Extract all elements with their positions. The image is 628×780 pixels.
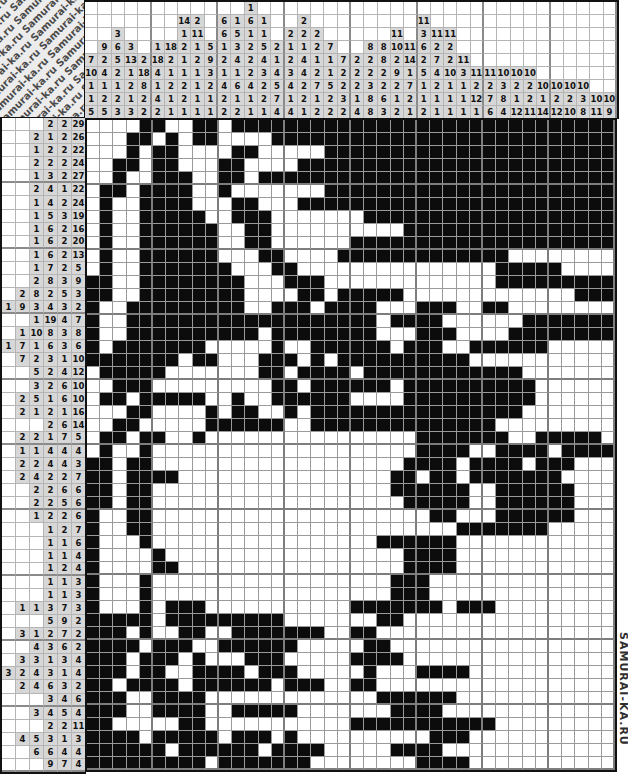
grid-cell[interactable] — [206, 328, 219, 341]
grid-cell[interactable] — [113, 640, 126, 653]
grid-cell[interactable] — [430, 250, 443, 263]
grid-cell[interactable] — [364, 549, 377, 562]
grid-cell[interactable] — [272, 497, 285, 510]
grid-cell[interactable] — [140, 341, 153, 354]
grid-cell[interactable] — [575, 120, 588, 133]
grid-cell[interactable] — [364, 367, 377, 380]
grid-cell[interactable] — [470, 224, 483, 237]
grid-cell[interactable] — [404, 445, 417, 458]
grid-cell[interactable] — [523, 497, 536, 510]
grid-cell[interactable] — [470, 484, 483, 497]
grid-cell[interactable] — [391, 588, 404, 601]
grid-cell[interactable] — [483, 354, 496, 367]
grid-cell[interactable] — [364, 627, 377, 640]
grid-cell[interactable] — [272, 471, 285, 484]
grid-cell[interactable] — [523, 159, 536, 172]
grid-cell[interactable] — [219, 757, 232, 770]
grid-cell[interactable] — [575, 666, 588, 679]
grid-cell[interactable] — [311, 666, 324, 679]
grid-cell[interactable] — [575, 523, 588, 536]
grid-cell[interactable] — [166, 757, 179, 770]
grid-cell[interactable] — [285, 120, 298, 133]
grid-cell[interactable] — [219, 198, 232, 211]
grid-cell[interactable] — [87, 289, 100, 302]
grid-cell[interactable] — [417, 653, 430, 666]
grid-cell[interactable] — [443, 263, 456, 276]
grid-cell[interactable] — [259, 549, 272, 562]
grid-cell[interactable] — [575, 198, 588, 211]
grid-cell[interactable] — [206, 484, 219, 497]
grid-cell[interactable] — [259, 510, 272, 523]
grid-cell[interactable] — [219, 731, 232, 744]
grid-cell[interactable] — [351, 432, 364, 445]
grid-cell[interactable] — [298, 614, 311, 627]
grid-cell[interactable] — [549, 536, 562, 549]
grid-cell[interactable] — [430, 133, 443, 146]
grid-cell[interactable] — [272, 185, 285, 198]
grid-cell[interactable] — [430, 731, 443, 744]
grid-cell[interactable] — [338, 575, 351, 588]
grid-cell[interactable] — [338, 692, 351, 705]
grid-cell[interactable] — [549, 757, 562, 770]
grid-cell[interactable] — [575, 640, 588, 653]
grid-cell[interactable] — [417, 536, 430, 549]
grid-cell[interactable] — [193, 549, 206, 562]
grid-cell[interactable] — [470, 744, 483, 757]
grid-cell[interactable] — [325, 601, 338, 614]
grid-cell[interactable] — [443, 653, 456, 666]
grid-cell[interactable] — [140, 250, 153, 263]
grid-cell[interactable] — [536, 614, 549, 627]
grid-cell[interactable] — [298, 445, 311, 458]
grid-cell[interactable] — [364, 302, 377, 315]
grid-cell[interactable] — [166, 289, 179, 302]
grid-cell[interactable] — [338, 497, 351, 510]
grid-cell[interactable] — [232, 146, 245, 159]
grid-cell[interactable] — [496, 237, 509, 250]
grid-cell[interactable] — [364, 497, 377, 510]
grid-cell[interactable] — [193, 276, 206, 289]
grid-cell[interactable] — [377, 679, 390, 692]
grid-cell[interactable] — [272, 679, 285, 692]
grid-cell[interactable] — [179, 575, 192, 588]
grid-cell[interactable] — [113, 718, 126, 731]
grid-cell[interactable] — [536, 211, 549, 224]
grid-cell[interactable] — [536, 354, 549, 367]
grid-cell[interactable] — [364, 614, 377, 627]
grid-cell[interactable] — [364, 705, 377, 718]
grid-cell[interactable] — [193, 679, 206, 692]
grid-cell[interactable] — [536, 172, 549, 185]
grid-cell[interactable] — [443, 510, 456, 523]
grid-cell[interactable] — [602, 263, 615, 276]
grid-cell[interactable] — [575, 354, 588, 367]
grid-cell[interactable] — [298, 432, 311, 445]
grid-cell[interactable] — [179, 328, 192, 341]
grid-cell[interactable] — [179, 679, 192, 692]
grid-cell[interactable] — [153, 159, 166, 172]
grid-cell[interactable] — [589, 705, 602, 718]
grid-cell[interactable] — [232, 588, 245, 601]
grid-cell[interactable] — [338, 198, 351, 211]
grid-cell[interactable] — [113, 172, 126, 185]
grid-cell[interactable] — [470, 510, 483, 523]
grid-cell[interactable] — [272, 484, 285, 497]
grid-cell[interactable] — [232, 432, 245, 445]
grid-cell[interactable] — [575, 224, 588, 237]
grid-cell[interactable] — [325, 549, 338, 562]
grid-cell[interactable] — [140, 523, 153, 536]
grid-cell[interactable] — [562, 133, 575, 146]
grid-cell[interactable] — [509, 666, 522, 679]
grid-cell[interactable] — [113, 666, 126, 679]
grid-cell[interactable] — [470, 458, 483, 471]
grid-cell[interactable] — [575, 458, 588, 471]
grid-cell[interactable] — [417, 692, 430, 705]
grid-cell[interactable] — [602, 315, 615, 328]
grid-cell[interactable] — [417, 614, 430, 627]
grid-cell[interactable] — [232, 653, 245, 666]
grid-cell[interactable] — [536, 562, 549, 575]
grid-cell[interactable] — [285, 185, 298, 198]
grid-cell[interactable] — [602, 510, 615, 523]
grid-cell[interactable] — [113, 159, 126, 172]
grid-cell[interactable] — [483, 159, 496, 172]
grid-cell[interactable] — [549, 159, 562, 172]
grid-cell[interactable] — [325, 523, 338, 536]
grid-cell[interactable] — [285, 679, 298, 692]
grid-cell[interactable] — [100, 224, 113, 237]
grid-cell[interactable] — [245, 367, 258, 380]
grid-cell[interactable] — [364, 562, 377, 575]
grid-cell[interactable] — [391, 367, 404, 380]
grid-cell[interactable] — [100, 744, 113, 757]
grid-cell[interactable] — [285, 250, 298, 263]
grid-cell[interactable] — [549, 120, 562, 133]
grid-cell[interactable] — [272, 562, 285, 575]
grid-cell[interactable] — [272, 159, 285, 172]
grid-cell[interactable] — [311, 328, 324, 341]
grid-cell[interactable] — [245, 562, 258, 575]
grid-cell[interactable] — [417, 666, 430, 679]
grid-cell[interactable] — [483, 250, 496, 263]
grid-cell[interactable] — [140, 744, 153, 757]
grid-cell[interactable] — [193, 328, 206, 341]
grid-cell[interactable] — [113, 276, 126, 289]
grid-cell[interactable] — [338, 627, 351, 640]
grid-cell[interactable] — [127, 614, 140, 627]
grid-cell[interactable] — [351, 315, 364, 328]
grid-cell[interactable] — [377, 705, 390, 718]
grid-cell[interactable] — [232, 575, 245, 588]
grid-cell[interactable] — [443, 276, 456, 289]
grid-cell[interactable] — [298, 536, 311, 549]
grid-cell[interactable] — [575, 315, 588, 328]
grid-cell[interactable] — [100, 146, 113, 159]
grid-cell[interactable] — [496, 302, 509, 315]
grid-cell[interactable] — [483, 497, 496, 510]
grid-cell[interactable] — [562, 536, 575, 549]
grid-cell[interactable] — [351, 393, 364, 406]
grid-cell[interactable] — [206, 510, 219, 523]
grid-cell[interactable] — [404, 614, 417, 627]
grid-cell[interactable] — [298, 198, 311, 211]
grid-cell[interactable] — [351, 692, 364, 705]
grid-cell[interactable] — [470, 198, 483, 211]
grid-cell[interactable] — [153, 692, 166, 705]
grid-cell[interactable] — [245, 276, 258, 289]
grid-cell[interactable] — [153, 601, 166, 614]
grid-cell[interactable] — [140, 575, 153, 588]
grid-cell[interactable] — [325, 718, 338, 731]
grid-cell[interactable] — [562, 432, 575, 445]
grid-cell[interactable] — [509, 380, 522, 393]
grid-cell[interactable] — [140, 198, 153, 211]
grid-cell[interactable] — [245, 263, 258, 276]
grid-cell[interactable] — [179, 432, 192, 445]
grid-cell[interactable] — [470, 159, 483, 172]
grid-cell[interactable] — [391, 393, 404, 406]
grid-cell[interactable] — [245, 718, 258, 731]
grid-cell[interactable] — [272, 653, 285, 666]
grid-cell[interactable] — [285, 146, 298, 159]
grid-cell[interactable] — [87, 575, 100, 588]
grid-cell[interactable] — [87, 536, 100, 549]
grid-cell[interactable] — [536, 497, 549, 510]
grid-cell[interactable] — [232, 744, 245, 757]
grid-cell[interactable] — [443, 692, 456, 705]
grid-cell[interactable] — [377, 289, 390, 302]
grid-cell[interactable] — [298, 224, 311, 237]
grid-cell[interactable] — [457, 614, 470, 627]
grid-cell[interactable] — [166, 601, 179, 614]
grid-cell[interactable] — [272, 380, 285, 393]
grid-cell[interactable] — [232, 263, 245, 276]
grid-cell[interactable] — [298, 328, 311, 341]
grid-cell[interactable] — [509, 536, 522, 549]
grid-cell[interactable] — [127, 757, 140, 770]
grid-cell[interactable] — [140, 432, 153, 445]
grid-cell[interactable] — [325, 146, 338, 159]
grid-cell[interactable] — [523, 627, 536, 640]
grid-cell[interactable] — [509, 250, 522, 263]
grid-cell[interactable] — [127, 250, 140, 263]
grid-cell[interactable] — [536, 120, 549, 133]
grid-cell[interactable] — [206, 354, 219, 367]
grid-cell[interactable] — [325, 445, 338, 458]
grid-cell[interactable] — [179, 315, 192, 328]
grid-cell[interactable] — [338, 679, 351, 692]
grid-cell[interactable] — [443, 159, 456, 172]
grid-cell[interactable] — [259, 757, 272, 770]
grid-cell[interactable] — [602, 419, 615, 432]
grid-cell[interactable] — [404, 185, 417, 198]
grid-cell[interactable] — [259, 497, 272, 510]
grid-cell[interactable] — [100, 354, 113, 367]
grid-cell[interactable] — [140, 302, 153, 315]
grid-cell[interactable] — [496, 185, 509, 198]
grid-cell[interactable] — [259, 289, 272, 302]
grid-cell[interactable] — [87, 133, 100, 146]
grid-cell[interactable] — [457, 354, 470, 367]
grid-cell[interactable] — [589, 640, 602, 653]
grid-cell[interactable] — [364, 692, 377, 705]
grid-cell[interactable] — [602, 354, 615, 367]
grid-cell[interactable] — [113, 601, 126, 614]
grid-cell[interactable] — [377, 341, 390, 354]
grid-cell[interactable] — [285, 536, 298, 549]
grid-cell[interactable] — [127, 627, 140, 640]
grid-cell[interactable] — [536, 367, 549, 380]
grid-cell[interactable] — [351, 146, 364, 159]
grid-cell[interactable] — [483, 575, 496, 588]
grid-cell[interactable] — [523, 588, 536, 601]
grid-cell[interactable] — [457, 419, 470, 432]
grid-cell[interactable] — [245, 406, 258, 419]
grid-cell[interactable] — [179, 380, 192, 393]
grid-cell[interactable] — [404, 419, 417, 432]
grid-cell[interactable] — [166, 341, 179, 354]
grid-cell[interactable] — [259, 432, 272, 445]
grid-cell[interactable] — [127, 159, 140, 172]
grid-cell[interactable] — [272, 198, 285, 211]
grid-cell[interactable] — [113, 705, 126, 718]
grid-cell[interactable] — [219, 692, 232, 705]
grid-cell[interactable] — [417, 289, 430, 302]
grid-cell[interactable] — [140, 211, 153, 224]
grid-cell[interactable] — [100, 445, 113, 458]
grid-cell[interactable] — [219, 575, 232, 588]
grid-cell[interactable] — [311, 341, 324, 354]
grid-cell[interactable] — [100, 471, 113, 484]
grid-cell[interactable] — [496, 562, 509, 575]
grid-cell[interactable] — [206, 497, 219, 510]
grid-cell[interactable] — [509, 315, 522, 328]
grid-cell[interactable] — [113, 198, 126, 211]
grid-cell[interactable] — [259, 276, 272, 289]
grid-cell[interactable] — [232, 289, 245, 302]
grid-cell[interactable] — [589, 536, 602, 549]
grid-cell[interactable] — [496, 432, 509, 445]
grid-cell[interactable] — [470, 172, 483, 185]
grid-cell[interactable] — [417, 380, 430, 393]
grid-cell[interactable] — [351, 757, 364, 770]
grid-cell[interactable] — [311, 419, 324, 432]
grid-cell[interactable] — [166, 627, 179, 640]
grid-cell[interactable] — [127, 718, 140, 731]
grid-cell[interactable] — [113, 692, 126, 705]
grid-cell[interactable] — [443, 562, 456, 575]
grid-cell[interactable] — [338, 640, 351, 653]
grid-cell[interactable] — [140, 679, 153, 692]
grid-cell[interactable] — [113, 744, 126, 757]
grid-cell[interactable] — [311, 354, 324, 367]
grid-cell[interactable] — [549, 718, 562, 731]
grid-cell[interactable] — [113, 250, 126, 263]
grid-cell[interactable] — [351, 666, 364, 679]
grid-cell[interactable] — [404, 120, 417, 133]
grid-cell[interactable] — [404, 510, 417, 523]
grid-cell[interactable] — [232, 328, 245, 341]
grid-cell[interactable] — [483, 666, 496, 679]
grid-cell[interactable] — [206, 120, 219, 133]
grid-cell[interactable] — [589, 458, 602, 471]
grid-cell[interactable] — [536, 133, 549, 146]
grid-cell[interactable] — [417, 432, 430, 445]
grid-cell[interactable] — [285, 471, 298, 484]
grid-cell[interactable] — [523, 458, 536, 471]
grid-cell[interactable] — [377, 250, 390, 263]
grid-cell[interactable] — [272, 393, 285, 406]
grid-cell[interactable] — [153, 302, 166, 315]
grid-cell[interactable] — [166, 575, 179, 588]
grid-cell[interactable] — [457, 172, 470, 185]
grid-cell[interactable] — [523, 718, 536, 731]
grid-cell[interactable] — [549, 406, 562, 419]
grid-cell[interactable] — [523, 380, 536, 393]
grid-cell[interactable] — [87, 302, 100, 315]
grid-cell[interactable] — [100, 640, 113, 653]
grid-cell[interactable] — [496, 614, 509, 627]
grid-cell[interactable] — [272, 536, 285, 549]
grid-cell[interactable] — [443, 445, 456, 458]
grid-cell[interactable] — [100, 588, 113, 601]
grid-cell[interactable] — [391, 614, 404, 627]
grid-cell[interactable] — [470, 354, 483, 367]
grid-cell[interactable] — [430, 120, 443, 133]
grid-cell[interactable] — [232, 692, 245, 705]
grid-cell[interactable] — [179, 718, 192, 731]
grid-cell[interactable] — [377, 224, 390, 237]
grid-cell[interactable] — [193, 380, 206, 393]
grid-cell[interactable] — [483, 172, 496, 185]
grid-cell[interactable] — [272, 432, 285, 445]
grid-cell[interactable] — [206, 536, 219, 549]
grid-cell[interactable] — [298, 627, 311, 640]
grid-cell[interactable] — [496, 133, 509, 146]
grid-cell[interactable] — [443, 185, 456, 198]
grid-cell[interactable] — [377, 744, 390, 757]
grid-cell[interactable] — [417, 237, 430, 250]
grid-cell[interactable] — [298, 718, 311, 731]
grid-cell[interactable] — [377, 640, 390, 653]
grid-cell[interactable] — [391, 627, 404, 640]
grid-cell[interactable] — [140, 276, 153, 289]
grid-cell[interactable] — [285, 367, 298, 380]
grid-cell[interactable] — [351, 367, 364, 380]
grid-cell[interactable] — [219, 627, 232, 640]
grid-cell[interactable] — [417, 198, 430, 211]
grid-cell[interactable] — [166, 744, 179, 757]
grid-cell[interactable] — [193, 146, 206, 159]
grid-cell[interactable] — [166, 198, 179, 211]
grid-cell[interactable] — [404, 679, 417, 692]
grid-cell[interactable] — [523, 263, 536, 276]
grid-cell[interactable] — [100, 289, 113, 302]
grid-cell[interactable] — [470, 627, 483, 640]
grid-cell[interactable] — [179, 133, 192, 146]
grid-cell[interactable] — [496, 393, 509, 406]
grid-cell[interactable] — [404, 705, 417, 718]
grid-cell[interactable] — [259, 250, 272, 263]
grid-cell[interactable] — [311, 536, 324, 549]
grid-cell[interactable] — [364, 198, 377, 211]
grid-cell[interactable] — [404, 575, 417, 588]
grid-cell[interactable] — [338, 289, 351, 302]
grid-cell[interactable] — [483, 315, 496, 328]
grid-cell[interactable] — [351, 562, 364, 575]
grid-cell[interactable] — [430, 172, 443, 185]
